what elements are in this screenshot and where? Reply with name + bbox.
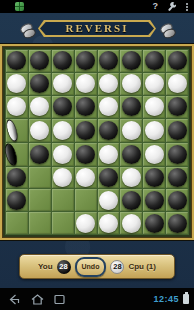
board-cell-r1c4[interactable]	[75, 50, 97, 72]
white-disc	[7, 74, 26, 93]
battery-icon	[183, 294, 189, 304]
board-cell-r1c7[interactable]	[143, 50, 165, 72]
white-disc	[76, 214, 95, 233]
you-label: You	[38, 262, 53, 271]
black-disc	[168, 121, 187, 140]
board-cell-r8c3[interactable]	[52, 212, 74, 234]
flipping-disc-white	[4, 118, 19, 143]
cpu-label: Cpu (1)	[128, 262, 156, 271]
home-icon[interactable]	[31, 294, 44, 305]
white-disc	[30, 97, 49, 116]
board-cell-r6c1[interactable]	[6, 167, 28, 189]
title-plaque: REVERSI	[38, 20, 156, 37]
status-bar: ?	[0, 0, 194, 13]
board-cell-r4c2[interactable]	[29, 119, 51, 142]
black-disc	[76, 121, 95, 140]
flipping-disc-black	[3, 142, 19, 167]
white-disc	[76, 74, 95, 93]
board-cell-r1c8[interactable]	[166, 50, 188, 72]
board-cell-r1c6[interactable]	[120, 50, 142, 72]
help-icon[interactable]: ?	[153, 0, 159, 13]
white-disc	[53, 121, 72, 140]
title-banner: REVERSI	[0, 13, 194, 44]
board-cell-r8c6[interactable]	[120, 212, 142, 234]
white-disc	[145, 74, 164, 93]
board-cell-r6c3[interactable]	[52, 167, 74, 189]
cpu-score-disc: 28	[110, 260, 124, 274]
black-disc	[99, 121, 118, 140]
board-cell-r5c7[interactable]	[143, 143, 165, 166]
reversi-board	[0, 44, 194, 240]
board-cell-r4c6[interactable]	[120, 119, 142, 142]
board-cell-r8c8[interactable]	[166, 212, 188, 234]
board-cell-r2c1[interactable]	[6, 73, 28, 95]
board-cell-r3c7[interactable]	[143, 96, 165, 118]
white-disc	[122, 121, 141, 140]
board-cell-r4c4[interactable]	[75, 119, 97, 142]
board-cell-r5c4[interactable]	[75, 143, 97, 166]
black-disc	[122, 51, 141, 70]
board-cell-r2c8[interactable]	[166, 73, 188, 95]
white-disc	[99, 145, 118, 164]
board-cell-r6c6[interactable]	[120, 167, 142, 189]
black-disc	[145, 51, 164, 70]
white-disc	[99, 97, 118, 116]
board-cell-r8c7[interactable]	[143, 212, 165, 234]
board-cell-r2c5[interactable]	[98, 73, 120, 95]
white-disc	[53, 168, 72, 187]
disc-stack-right-icon	[159, 22, 175, 36]
white-disc	[99, 191, 118, 210]
board-cell-r1c2[interactable]	[29, 50, 51, 72]
board-cell-r3c1[interactable]	[6, 96, 28, 118]
board-cell-r1c5[interactable]	[98, 50, 120, 72]
board-cell-r1c1[interactable]	[6, 50, 28, 72]
back-icon[interactable]	[9, 294, 22, 305]
board-cell-r4c8[interactable]	[166, 119, 188, 142]
black-disc	[53, 51, 72, 70]
board-cell-r6c4[interactable]	[75, 167, 97, 189]
black-disc	[168, 191, 187, 210]
board-cell-r3c8[interactable]	[166, 96, 188, 118]
board-cell-r2c2[interactable]	[29, 73, 51, 95]
black-disc	[53, 97, 72, 116]
board-cell-r3c5[interactable]	[98, 96, 120, 118]
white-disc	[122, 168, 141, 187]
board-cell-r4c7[interactable]	[143, 119, 165, 142]
black-disc	[122, 191, 141, 210]
black-disc	[145, 168, 164, 187]
board-cell-r8c1[interactable]	[6, 212, 28, 234]
board-cell-r3c6[interactable]	[120, 96, 142, 118]
recents-icon[interactable]	[53, 294, 66, 305]
board-cell-r6c2[interactable]	[29, 167, 51, 189]
board-cell-r6c7[interactable]	[143, 167, 165, 189]
board-cell-r7c3[interactable]	[52, 189, 74, 211]
board-cell-r4c5[interactable]	[98, 119, 120, 142]
overflow-menu-icon[interactable]	[186, 3, 188, 11]
black-disc	[76, 97, 95, 116]
black-disc	[7, 168, 26, 187]
black-disc	[145, 191, 164, 210]
white-disc	[122, 214, 141, 233]
black-disc	[7, 51, 26, 70]
black-disc	[30, 145, 49, 164]
black-disc	[145, 214, 164, 233]
board-cell-r8c5[interactable]	[98, 212, 120, 234]
board-cell-r3c3[interactable]	[52, 96, 74, 118]
score-bar: You 28 Undo 28 Cpu (1)	[19, 254, 175, 279]
board-cell-r4c3[interactable]	[52, 119, 74, 142]
white-disc	[168, 74, 187, 93]
board-cell-r7c6[interactable]	[120, 189, 142, 211]
board-cell-r5c1[interactable]	[6, 143, 28, 166]
black-disc	[168, 51, 187, 70]
disc-stack-left-icon	[19, 22, 35, 36]
black-disc	[168, 214, 187, 233]
white-disc	[30, 121, 49, 140]
white-disc	[76, 168, 95, 187]
board-cell-r7c7[interactable]	[143, 189, 165, 211]
undo-button[interactable]: Undo	[75, 257, 107, 277]
board-cell-r8c4[interactable]	[75, 212, 97, 234]
board-cell-r5c6[interactable]	[120, 143, 142, 166]
board-cell-r6c8[interactable]	[166, 167, 188, 189]
white-disc	[99, 74, 118, 93]
board-cell-r7c4[interactable]	[75, 189, 97, 211]
reversi-notification-icon	[15, 2, 24, 11]
black-disc	[30, 74, 49, 93]
white-disc	[7, 97, 26, 116]
black-disc	[168, 97, 187, 116]
black-disc	[168, 168, 187, 187]
board-cell-r5c5[interactable]	[98, 143, 120, 166]
board-cell-r3c2[interactable]	[29, 96, 51, 118]
black-disc	[122, 97, 141, 116]
black-disc	[99, 51, 118, 70]
clock[interactable]: 12:45	[153, 294, 179, 304]
board-grid	[5, 49, 189, 235]
white-disc	[145, 121, 164, 140]
you-score-disc: 28	[57, 260, 71, 274]
board-cell-r5c3[interactable]	[52, 143, 74, 166]
board-cell-r8c2[interactable]	[29, 212, 51, 234]
white-disc	[53, 74, 72, 93]
board-cell-r3c4[interactable]	[75, 96, 97, 118]
white-disc	[53, 145, 72, 164]
board-cell-r1c3[interactable]	[52, 50, 74, 72]
black-disc	[99, 168, 118, 187]
board-cell-r7c2[interactable]	[29, 189, 51, 211]
board-cell-r2c3[interactable]	[52, 73, 74, 95]
white-disc	[145, 145, 164, 164]
black-disc	[122, 145, 141, 164]
board-cell-r7c1[interactable]	[6, 189, 28, 211]
board-cell-r2c4[interactable]	[75, 73, 97, 95]
white-disc	[99, 214, 118, 233]
black-disc	[168, 145, 187, 164]
board-cell-r7c5[interactable]	[98, 189, 120, 211]
board-cell-r5c2[interactable]	[29, 143, 51, 166]
board-cell-r4c1[interactable]	[6, 119, 28, 142]
board-cell-r2c6[interactable]	[120, 73, 142, 95]
white-disc	[122, 74, 141, 93]
page-title: REVERSI	[66, 22, 129, 35]
black-disc	[30, 51, 49, 70]
black-disc	[7, 191, 26, 210]
board-cell-r2c7[interactable]	[143, 73, 165, 95]
settings-wrench-icon[interactable]	[167, 2, 177, 12]
white-disc	[145, 97, 164, 116]
board-cell-r5c8[interactable]	[166, 143, 188, 166]
black-disc	[76, 145, 95, 164]
board-cell-r7c8[interactable]	[166, 189, 188, 211]
board-cell-r6c5[interactable]	[98, 167, 120, 189]
black-disc	[76, 51, 95, 70]
android-nav-bar: 12:45	[0, 288, 194, 310]
